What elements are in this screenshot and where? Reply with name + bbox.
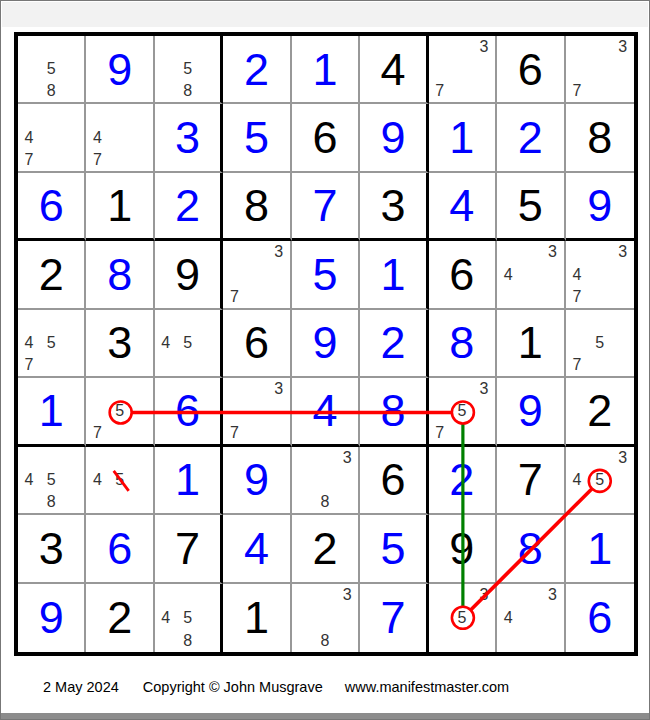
solved-value: 9	[497, 378, 563, 443]
footer: 2 May 2024 Copyright © John Musgrave www…	[43, 679, 509, 695]
cell-r7c2[interactable]: 45	[86, 447, 154, 515]
cell-r2c1[interactable]: 47	[18, 104, 86, 172]
solved-value: 1	[566, 515, 634, 581]
pencil-grid: 37	[429, 36, 495, 102]
pencil-mark: 5	[40, 469, 62, 491]
cell-r6c1[interactable]: 1	[18, 378, 86, 446]
pencil-mark: 8	[40, 491, 62, 513]
bottom-strip	[1, 713, 649, 719]
pencil-grid: 458	[155, 584, 220, 652]
cell-r2c8[interactable]: 2	[497, 104, 565, 172]
pencil-grid: 47	[18, 104, 84, 170]
cell-r1c6[interactable]: 4	[360, 36, 428, 104]
cell-r2c9[interactable]: 8	[566, 104, 634, 172]
cell-r3c1[interactable]: 6	[18, 173, 86, 241]
pencil-mark: 5	[588, 469, 611, 491]
pencil-mark: 3	[473, 378, 495, 400]
pencil-mark: 8	[40, 80, 62, 102]
footer-date: 2 May 2024	[43, 679, 119, 695]
solved-value: 9	[86, 36, 152, 102]
cell-r3c3[interactable]: 2	[155, 173, 223, 241]
cell-r5c7[interactable]: 8	[429, 310, 497, 378]
solved-value: 5	[223, 104, 289, 170]
pencil-grid: 458	[18, 447, 84, 513]
cell-r9c8[interactable]: 34	[497, 584, 565, 652]
given-value: 6	[360, 447, 425, 513]
pencil-mark: 3	[611, 241, 634, 263]
cell-r5c8[interactable]: 1	[497, 310, 565, 378]
pencil-grid: 47	[86, 104, 152, 170]
pencil-mark: 3	[541, 584, 563, 607]
given-value: 6	[429, 241, 495, 307]
pencil-mark: 4	[566, 469, 589, 491]
pencil-grid: 34	[497, 584, 563, 652]
solved-value: 5	[360, 515, 425, 581]
cell-r7c1[interactable]: 458	[18, 447, 86, 515]
given-value: 6	[223, 310, 289, 376]
cell-r5c1[interactable]: 457	[18, 310, 86, 378]
pencil-mark: 7	[18, 354, 40, 376]
cell-r4c3[interactable]: 9	[155, 241, 223, 309]
pencil-mark: 4	[566, 263, 589, 285]
pencil-mark: 3	[336, 447, 358, 469]
solved-value: 1	[292, 36, 358, 102]
pencil-mark: 7	[429, 422, 451, 444]
solved-value: 8	[497, 515, 563, 581]
cell-r7c8[interactable]: 7	[497, 447, 565, 515]
pencil-grid: 457	[18, 310, 84, 376]
pencil-mark: 5	[40, 58, 62, 80]
pencil-mark: 3	[473, 36, 495, 58]
cell-r9c5[interactable]: 38	[292, 584, 360, 652]
cell-r1c4[interactable]: 2	[223, 36, 291, 104]
cell-r7c9[interactable]: 345	[566, 447, 634, 515]
cell-r9c2[interactable]: 2	[86, 584, 154, 652]
cell-r2c2[interactable]: 47	[86, 104, 154, 172]
given-value: 8	[223, 173, 289, 238]
cell-r5c3[interactable]: 45	[155, 310, 223, 378]
cell-r6c4[interactable]: 37	[223, 378, 291, 446]
pencil-grid: 57	[86, 378, 152, 443]
pencil-mark: 7	[223, 422, 245, 444]
pencil-mark: 5	[177, 606, 199, 629]
cell-r9c6[interactable]: 7	[360, 584, 428, 652]
cell-r2c4[interactable]: 5	[223, 104, 291, 172]
cell-r8c4[interactable]: 4	[223, 515, 291, 583]
pencil-grid: 37	[566, 36, 634, 102]
cell-r9c7[interactable]: 35	[429, 584, 497, 652]
pencil-mark: 5	[451, 606, 473, 629]
cell-r8c5[interactable]: 2	[292, 515, 360, 583]
sudoku-grid: 5895821437637474735691286128734592893751…	[14, 32, 638, 656]
cell-r3c4[interactable]: 8	[223, 173, 291, 241]
solved-value: 6	[155, 378, 220, 443]
cell-r5c4[interactable]: 6	[223, 310, 291, 378]
pencil-grid: 38	[292, 584, 358, 652]
cell-r5c5[interactable]: 9	[292, 310, 360, 378]
pencil-mark: 7	[223, 286, 245, 308]
cell-r3c9[interactable]: 9	[566, 173, 634, 241]
pencil-grid: 45	[86, 447, 152, 513]
pencil-mark: 7	[429, 80, 451, 102]
pencil-mark: 4	[18, 127, 40, 149]
given-value: 9	[429, 515, 495, 581]
pencil-mark: 3	[336, 584, 358, 607]
given-value: 6	[497, 36, 563, 102]
solved-value: 9	[223, 447, 289, 513]
cell-r9c1[interactable]: 9	[18, 584, 86, 652]
given-value: 5	[497, 173, 563, 238]
given-value: 7	[155, 515, 220, 581]
solved-value: 2	[360, 310, 425, 376]
cell-r5c2[interactable]: 3	[86, 310, 154, 378]
solved-value: 1	[360, 241, 425, 307]
cell-r4c4[interactable]: 37	[223, 241, 291, 309]
pencil-grid: 38	[292, 447, 358, 513]
pencil-mark: 5	[177, 58, 199, 80]
cell-r6c6[interactable]: 8	[360, 378, 428, 446]
pencil-grid: 58	[155, 36, 220, 102]
solved-value: 7	[292, 173, 358, 238]
given-value: 2	[566, 378, 634, 443]
pencil-mark: 4	[155, 332, 177, 354]
pencil-mark: 5	[177, 332, 199, 354]
cell-r6c8[interactable]: 9	[497, 378, 565, 446]
pencil-grid: 35	[429, 584, 495, 652]
cell-r1c1[interactable]: 58	[18, 36, 86, 104]
pencil-grid: 37	[223, 241, 289, 307]
solved-value: 1	[429, 104, 495, 170]
cell-r9c4[interactable]: 1	[223, 584, 291, 652]
solved-value: 9	[360, 104, 425, 170]
given-value: 3	[86, 310, 152, 376]
pencil-grid: 45	[155, 310, 220, 376]
pencil-mark: 3	[611, 36, 634, 58]
cell-r9c9[interactable]: 6	[566, 584, 634, 652]
cell-r3c8[interactable]: 5	[497, 173, 565, 241]
cell-r4c6[interactable]: 1	[360, 241, 428, 309]
cell-r8c1[interactable]: 3	[18, 515, 86, 583]
cell-r2c3[interactable]: 3	[155, 104, 223, 172]
pencil-mark: 4	[18, 332, 40, 354]
given-value: 7	[497, 447, 563, 513]
cell-r6c2[interactable]: 57	[86, 378, 154, 446]
given-value: 3	[18, 515, 84, 581]
solved-value: 8	[360, 378, 425, 443]
pencil-mark: 4	[18, 469, 40, 491]
top-toolbar-area	[2, 2, 648, 27]
cell-r7c4[interactable]: 9	[223, 447, 291, 515]
solved-value: 7	[360, 584, 425, 652]
cell-r3c7[interactable]: 4	[429, 173, 497, 241]
pencil-mark: 3	[268, 378, 290, 400]
solved-value: 4	[429, 173, 495, 238]
cell-r1c8[interactable]: 6	[497, 36, 565, 104]
cell-r6c9[interactable]: 2	[566, 378, 634, 446]
footer-copyright: Copyright © John Musgrave	[143, 679, 323, 695]
given-value: 2	[18, 241, 84, 307]
pencil-mark: 8	[177, 629, 199, 652]
cell-r2c5[interactable]: 6	[292, 104, 360, 172]
footer-website: www.manifestmaster.com	[345, 679, 509, 695]
solved-value: 2	[223, 36, 289, 102]
pencil-mark: 5	[588, 332, 611, 354]
pencil-mark: 3	[268, 241, 290, 263]
pencil-mark: 3	[473, 584, 495, 607]
cell-r1c9[interactable]: 37	[566, 36, 634, 104]
pencil-mark: 5	[109, 469, 131, 491]
cell-r5c9[interactable]: 57	[566, 310, 634, 378]
cell-r3c2[interactable]: 1	[86, 173, 154, 241]
pencil-mark: 3	[611, 447, 634, 469]
pencil-mark: 5	[451, 400, 473, 422]
solved-value: 2	[155, 173, 220, 238]
given-value: 6	[292, 104, 358, 170]
cell-r4c8[interactable]: 34	[497, 241, 565, 309]
cell-r7c5[interactable]: 38	[292, 447, 360, 515]
given-value: 1	[86, 173, 152, 238]
pencil-mark: 4	[497, 606, 519, 629]
solved-value: 2	[497, 104, 563, 170]
cell-r4c2[interactable]: 8	[86, 241, 154, 309]
cell-r2c7[interactable]: 1	[429, 104, 497, 172]
pencil-mark: 3	[541, 241, 563, 263]
solved-value: 6	[18, 173, 84, 238]
solved-value: 6	[566, 584, 634, 652]
cell-r5c6[interactable]: 2	[360, 310, 428, 378]
given-value: 3	[360, 173, 425, 238]
cell-r6c5[interactable]: 4	[292, 378, 360, 446]
cell-r8c2[interactable]: 6	[86, 515, 154, 583]
pencil-grid: 58	[18, 36, 84, 102]
pencil-mark: 7	[566, 80, 589, 102]
pencil-mark: 4	[497, 263, 519, 285]
app-window: 5895821437637474735691286128734592893751…	[0, 0, 650, 720]
pencil-grid: 37	[223, 378, 289, 443]
solved-value: 6	[86, 515, 152, 581]
cell-r8c9[interactable]: 1	[566, 515, 634, 583]
given-value: 2	[86, 584, 152, 652]
solved-value: 1	[18, 378, 84, 443]
cell-r8c7[interactable]: 9	[429, 515, 497, 583]
cell-r7c6[interactable]: 6	[360, 447, 428, 515]
given-value: 8	[566, 104, 634, 170]
pencil-mark: 8	[314, 491, 336, 513]
pencil-grid: 34	[497, 241, 563, 307]
solved-value: 5	[292, 241, 358, 307]
pencil-mark: 5	[40, 332, 62, 354]
cell-r1c2[interactable]: 9	[86, 36, 154, 104]
pencil-grid: 347	[566, 241, 634, 307]
pencil-mark: 7	[86, 422, 108, 444]
cell-r7c3[interactable]: 1	[155, 447, 223, 515]
solved-value: 4	[223, 515, 289, 581]
given-value: 9	[155, 241, 220, 307]
sudoku-board: 5895821437637474735691286128734592893751…	[14, 32, 638, 656]
cell-r4c5[interactable]: 5	[292, 241, 360, 309]
cell-r1c7[interactable]: 37	[429, 36, 497, 104]
pencil-mark: 5	[109, 400, 131, 422]
solved-value: 8	[429, 310, 495, 376]
pencil-mark: 7	[566, 286, 589, 308]
given-value: 2	[292, 515, 358, 581]
solved-value: 4	[292, 378, 358, 443]
cell-r4c7[interactable]: 6	[429, 241, 497, 309]
pencil-grid: 357	[429, 378, 495, 443]
pencil-grid: 57	[566, 310, 634, 376]
pencil-grid: 345	[566, 447, 634, 513]
pencil-mark: 8	[314, 629, 336, 652]
pencil-mark: 4	[86, 469, 108, 491]
cell-r1c5[interactable]: 1	[292, 36, 360, 104]
cell-r3c6[interactable]: 3	[360, 173, 428, 241]
cell-r2c6[interactable]: 9	[360, 104, 428, 172]
cell-r3c5[interactable]: 7	[292, 173, 360, 241]
pencil-mark: 4	[155, 606, 177, 629]
cell-r8c3[interactable]: 7	[155, 515, 223, 583]
pencil-mark: 7	[18, 149, 40, 171]
given-value: 4	[360, 36, 425, 102]
cell-r7c7[interactable]: 2	[429, 447, 497, 515]
pencil-mark: 7	[566, 354, 589, 376]
cell-r1c3[interactable]: 58	[155, 36, 223, 104]
given-value: 1	[223, 584, 289, 652]
cell-r8c6[interactable]: 5	[360, 515, 428, 583]
cell-r9c3[interactable]: 458	[155, 584, 223, 652]
solved-value: 3	[155, 104, 220, 170]
solved-value: 2	[429, 447, 495, 513]
cell-r8c8[interactable]: 8	[497, 515, 565, 583]
pencil-mark: 8	[177, 80, 199, 102]
solved-value: 8	[86, 241, 152, 307]
solved-value: 9	[18, 584, 84, 652]
given-value: 1	[497, 310, 563, 376]
solved-value: 1	[155, 447, 220, 513]
pencil-mark: 7	[86, 149, 108, 171]
cell-r6c3[interactable]: 6	[155, 378, 223, 446]
cell-r4c9[interactable]: 347	[566, 241, 634, 309]
cell-r6c7[interactable]: 357	[429, 378, 497, 446]
pencil-mark: 4	[86, 127, 108, 149]
solved-value: 9	[292, 310, 358, 376]
solved-value: 9	[566, 173, 634, 238]
cell-r4c1[interactable]: 2	[18, 241, 86, 309]
